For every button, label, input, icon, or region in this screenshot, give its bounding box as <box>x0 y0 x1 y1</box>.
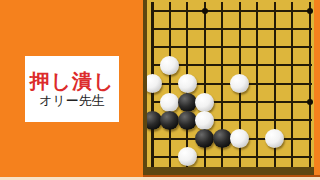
bottom-strip <box>0 177 320 180</box>
black-stone <box>160 111 179 130</box>
board-edge-bottom <box>143 167 314 175</box>
grid-line-horizontal <box>151 46 312 48</box>
white-stone <box>178 147 197 166</box>
grid-line-horizontal <box>151 10 312 12</box>
author-name: オリー先生 <box>39 94 105 107</box>
white-stone <box>178 74 197 93</box>
black-stone <box>195 129 214 148</box>
white-stone <box>265 129 284 148</box>
white-stone <box>195 111 214 130</box>
star-point <box>307 8 313 14</box>
white-stone <box>230 129 249 148</box>
star-point <box>202 8 208 14</box>
white-stone <box>230 74 249 93</box>
go-board <box>143 0 314 176</box>
board-edge-left <box>143 0 147 176</box>
black-stone <box>213 129 232 148</box>
grid-line-horizontal <box>151 28 312 30</box>
white-stone <box>195 93 214 112</box>
white-stone <box>160 56 179 75</box>
title-card: 押し潰し オリー先生 <box>25 56 119 122</box>
black-stone <box>178 93 197 112</box>
lesson-title: 押し潰し <box>30 71 115 91</box>
grid-line-horizontal <box>151 156 312 159</box>
video-thumbnail: 押し潰し オリー先生 <box>0 0 320 180</box>
white-stone <box>160 93 179 112</box>
black-stone <box>178 111 197 130</box>
star-point <box>307 99 313 105</box>
